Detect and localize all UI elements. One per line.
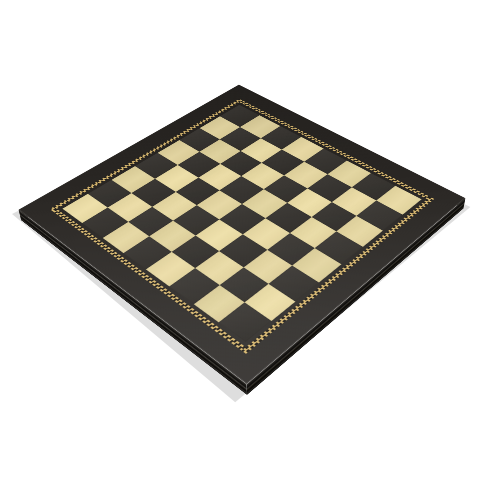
inlay-trim-bottom — [50, 207, 250, 354]
playing-field — [62, 105, 421, 342]
inlay-trim-right — [242, 197, 435, 354]
board-square — [357, 200, 403, 230]
board-square — [219, 303, 271, 342]
board-square — [265, 203, 311, 233]
board-square — [169, 268, 219, 304]
board-square — [290, 217, 337, 248]
board-square — [128, 206, 174, 236]
board-square — [244, 249, 293, 283]
board-square — [315, 232, 363, 265]
board-square — [311, 202, 357, 232]
board-square — [336, 216, 383, 247]
chessboard — [19, 85, 466, 385]
board-square — [82, 208, 128, 238]
board-square — [267, 233, 315, 266]
board-square — [193, 285, 244, 323]
board-square — [293, 248, 342, 282]
product-photo-stage — [0, 0, 480, 480]
board-square — [196, 219, 243, 250]
board-square — [243, 218, 290, 249]
board-3d-wrapper — [80, 42, 404, 366]
board-square — [219, 204, 265, 234]
board-square — [245, 284, 296, 321]
board-square — [219, 267, 269, 303]
board-square — [219, 234, 267, 267]
board-square — [171, 235, 219, 268]
board-square — [174, 205, 220, 235]
chessboard-3d — [19, 85, 466, 385]
board-square — [195, 251, 244, 285]
board-square — [102, 222, 149, 254]
board-square — [269, 266, 319, 302]
board-square — [146, 252, 195, 286]
board-square — [149, 221, 196, 252]
board-square — [124, 237, 172, 270]
